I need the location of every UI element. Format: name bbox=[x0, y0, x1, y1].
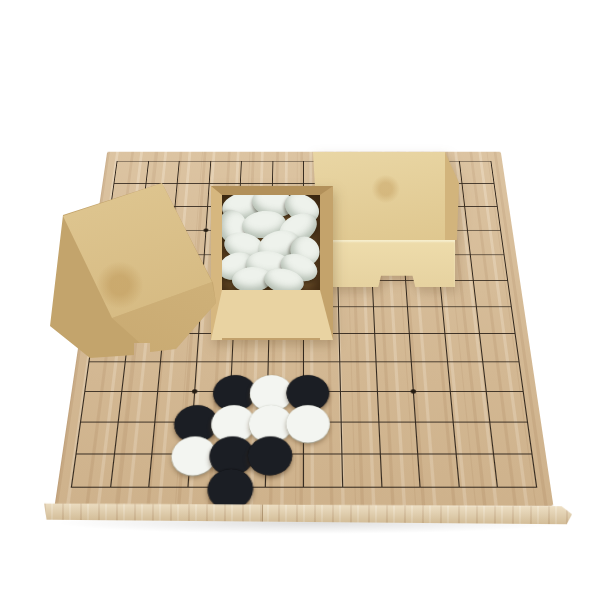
board-cell[interactable] bbox=[476, 306, 514, 333]
board-cell[interactable] bbox=[415, 422, 455, 454]
board-cell[interactable] bbox=[473, 280, 511, 306]
board-cell[interactable] bbox=[339, 333, 375, 361]
board-cell[interactable] bbox=[409, 333, 447, 361]
board-cell[interactable] bbox=[110, 454, 152, 487]
board-cell[interactable] bbox=[462, 183, 497, 206]
board-cell[interactable] bbox=[413, 391, 452, 422]
board-cell[interactable] bbox=[375, 362, 413, 391]
closed-box-lid-top bbox=[313, 152, 453, 240]
board-cell[interactable] bbox=[452, 422, 493, 454]
board-cell[interactable] bbox=[114, 161, 148, 183]
open-stone-box[interactable] bbox=[211, 186, 333, 340]
board-cell[interactable] bbox=[467, 230, 503, 255]
board-cell[interactable] bbox=[240, 161, 272, 183]
board-edge-seam bbox=[262, 504, 263, 522]
board-cell[interactable] bbox=[121, 362, 160, 391]
board-cell[interactable] bbox=[341, 422, 380, 454]
board-cell[interactable] bbox=[117, 391, 157, 422]
board-cell[interactable] bbox=[114, 422, 155, 454]
board-cell[interactable] bbox=[411, 362, 450, 391]
board-cell[interactable] bbox=[486, 391, 527, 422]
board-cell[interactable] bbox=[177, 161, 210, 183]
board-cell[interactable] bbox=[490, 422, 532, 454]
board-cell[interactable] bbox=[157, 362, 196, 391]
board-cell[interactable] bbox=[377, 391, 416, 422]
open-box-front-rim bbox=[222, 338, 320, 340]
board-cell[interactable] bbox=[378, 422, 417, 454]
board-cell[interactable] bbox=[465, 206, 501, 230]
board-cell[interactable] bbox=[76, 422, 118, 454]
board-cell[interactable] bbox=[493, 454, 536, 487]
board-cell[interactable] bbox=[145, 161, 179, 183]
board-cell[interactable] bbox=[455, 454, 497, 487]
closed-stone-box[interactable] bbox=[310, 143, 466, 291]
go-scene: ●●●●●●●●●●● bbox=[0, 0, 600, 600]
board-cell[interactable] bbox=[303, 454, 342, 487]
white-stone-heap bbox=[222, 195, 320, 290]
black-stone[interactable]: ● bbox=[203, 468, 247, 506]
board-cell[interactable] bbox=[407, 306, 444, 333]
board-cell[interactable] bbox=[340, 391, 378, 422]
board-cell[interactable] bbox=[470, 254, 507, 279]
board-cell[interactable] bbox=[71, 454, 114, 487]
board-cell[interactable] bbox=[80, 391, 121, 422]
board-cell[interactable] bbox=[374, 333, 411, 361]
board-cell[interactable] bbox=[339, 362, 376, 391]
board-cell[interactable] bbox=[341, 454, 381, 487]
board-cell[interactable] bbox=[175, 183, 209, 206]
closed-box-front-face bbox=[318, 240, 455, 287]
board-cell[interactable] bbox=[84, 362, 124, 391]
board-cell[interactable] bbox=[444, 333, 482, 361]
star-point bbox=[203, 228, 208, 232]
board-cell[interactable] bbox=[450, 391, 490, 422]
board-cell[interactable] bbox=[417, 454, 458, 487]
board-cell[interactable] bbox=[442, 306, 480, 333]
board-cell[interactable] bbox=[373, 306, 409, 333]
board-cell[interactable] bbox=[447, 362, 486, 391]
board-cell[interactable] bbox=[479, 333, 518, 361]
closed-box-side-face bbox=[445, 152, 459, 240]
board-cell[interactable] bbox=[209, 161, 242, 183]
board-cell[interactable] bbox=[483, 362, 523, 391]
board-cell[interactable] bbox=[272, 161, 304, 183]
board-cell[interactable] bbox=[379, 454, 419, 487]
board-cell[interactable] bbox=[338, 306, 374, 333]
